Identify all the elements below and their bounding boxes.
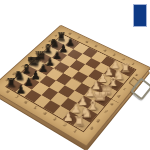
piece-shadow — [105, 70, 116, 77]
board-scene: 87654321 87654321 abcdefgh abcdefgh ♜♟♟♜… — [14, 20, 130, 136]
square-b6 — [67, 49, 82, 60]
square-a7: ♟ — [65, 39, 80, 49]
square-a5 — [82, 47, 97, 58]
piece-shadow — [38, 56, 49, 63]
piece-shadow — [66, 42, 76, 49]
square-b5 — [76, 53, 91, 64]
coordinate-label: 6 — [85, 41, 90, 44]
square-b2: ♟ — [104, 67, 120, 79]
coordinate-label: c — [41, 46, 45, 49]
coordinate-label: g — [12, 72, 17, 76]
chess-board: 87654321 87654321 abcdefgh abcdefgh ♜♟♟♜… — [0, 25, 150, 147]
square-c8: ♝ — [43, 47, 58, 58]
piece-shadow — [45, 49, 55, 56]
board-grid: ♜♟♟♜♞♟♟♞♝♟♟♝♛♟♟♛♚♟♟♚♝♟♟♝♞♟♟♞♜♟♟♜ — [7, 35, 136, 131]
black-pawn: ♟ — [64, 36, 75, 47]
coordinate-label: h — [4, 79, 9, 83]
coordinate-label: e — [27, 58, 32, 62]
square-a6 — [74, 43, 89, 53]
coordinate-label: 3 — [52, 117, 57, 122]
file-labels-left: abcdefgh — [0, 31, 62, 86]
black-pawn: ♟ — [44, 55, 55, 66]
white-pawn: ♟ — [110, 58, 121, 69]
coordinate-label: 1 — [130, 62, 135, 66]
black-bishop: ♝ — [21, 64, 32, 75]
coordinate-label: 5 — [93, 45, 98, 48]
coordinate-label: 4 — [42, 112, 47, 117]
square-b7: ♟ — [58, 45, 73, 56]
coordinate-label: 7 — [14, 95, 19, 99]
coordinate-label: a — [54, 34, 58, 37]
chess-set-photo: 87654321 87654321 abcdefgh abcdefgh ♜♟♟♜… — [0, 0, 150, 150]
square-a2: ♟ — [110, 60, 125, 71]
square-c4 — [79, 64, 95, 76]
black-bishop: ♝ — [43, 44, 54, 55]
coordinate-label: 8 — [5, 90, 10, 94]
square-b4 — [85, 58, 100, 69]
piece-shadow — [82, 112, 94, 121]
black-rook: ♜ — [56, 32, 67, 43]
coordinate-label: h — [89, 127, 94, 132]
square-c7: ♟ — [52, 51, 67, 62]
square-a8: ♜ — [56, 35, 71, 45]
coordinate-label: 7 — [76, 36, 81, 39]
square-d6 — [54, 62, 70, 73]
square-d5 — [63, 66, 79, 78]
black-queen: ♛ — [36, 51, 47, 62]
coordinate-label: b — [47, 40, 52, 43]
coordinate-label: d — [116, 95, 121, 99]
piece-shadow — [23, 69, 34, 76]
piece-shadow — [51, 43, 61, 50]
coordinate-label: 6 — [23, 101, 28, 105]
square-a4 — [91, 51, 106, 62]
black-king: ♚ — [28, 57, 39, 68]
black-knight: ♞ — [49, 38, 60, 49]
square-c6 — [61, 55, 77, 66]
coordinate-label: a — [134, 73, 139, 77]
coordinate-label: c — [122, 87, 127, 91]
coordinate-label: f — [103, 110, 107, 114]
black-pawn: ♟ — [51, 49, 62, 60]
white-rook: ♜ — [119, 63, 130, 74]
square-d7: ♟ — [45, 57, 61, 68]
coordinate-label: f — [20, 65, 24, 68]
square-b8: ♞ — [50, 41, 65, 51]
piece-shadow — [58, 37, 68, 43]
piece-shadow — [121, 68, 132, 75]
coordinate-label: 1 — [72, 129, 78, 134]
coordinate-label: 4 — [102, 49, 107, 53]
square-e7: ♟ — [38, 64, 54, 75]
black-pawn: ♟ — [37, 62, 48, 73]
square-a3 — [101, 56, 116, 67]
piece-shadow — [60, 48, 70, 55]
coordinate-label: g — [96, 118, 101, 123]
coordinate-label: 2 — [62, 123, 68, 128]
piece-shadow — [39, 67, 50, 74]
piece-shadow — [53, 54, 63, 61]
color-swatch — [133, 4, 147, 27]
square-d8: ♛ — [36, 53, 52, 64]
black-pawn: ♟ — [58, 43, 69, 54]
piece-shadow — [31, 62, 42, 69]
square-b3 — [94, 62, 110, 73]
piece-shadow — [111, 63, 122, 70]
board-tilt: 87654321 87654321 abcdefgh abcdefgh ♜♟♟♜… — [0, 25, 150, 147]
square-e8: ♚ — [29, 59, 45, 70]
square-c5 — [70, 60, 86, 71]
coordinate-label: 5 — [32, 106, 37, 110]
coordinate-label: 8 — [67, 32, 72, 35]
square-f8: ♝ — [22, 66, 38, 78]
piece-shadow — [46, 60, 57, 67]
white-pawn: ♟ — [103, 65, 114, 76]
coordinate-label: 2 — [121, 58, 126, 62]
rank-labels-far: 87654321 — [63, 30, 139, 69]
coordinate-label: e — [109, 102, 114, 106]
coordinate-label: d — [34, 52, 39, 56]
coordinate-label: 3 — [112, 53, 117, 57]
